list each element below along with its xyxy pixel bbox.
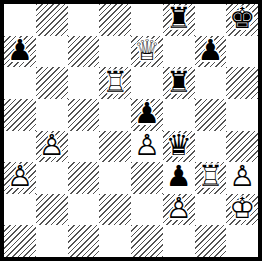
white-rook-icon: ♖ (195, 162, 227, 194)
square-h5[interactable] (226, 99, 258, 131)
square-b7[interactable] (36, 36, 68, 68)
square-c8[interactable] (68, 4, 100, 36)
piece-black-rook: ♜♜ (163, 67, 195, 99)
black-rook-icon: ♜ (163, 4, 195, 36)
square-c4[interactable] (68, 131, 100, 163)
square-b8[interactable] (36, 4, 68, 36)
square-d4[interactable] (99, 131, 131, 163)
square-d7[interactable] (99, 36, 131, 68)
piece-black-pawn: ♟♟ (4, 36, 36, 68)
square-d6[interactable]: ♜♖ (99, 67, 131, 99)
square-f8[interactable]: ♜♜ (163, 4, 195, 36)
piece-white-pawn: ♟♙ (4, 162, 36, 194)
piece-white-pawn: ♟♙ (131, 131, 163, 163)
square-f4[interactable]: ♛♛ (163, 131, 195, 163)
white-pawn-icon: ♙ (226, 162, 258, 194)
white-queen-icon: ♕ (131, 36, 163, 68)
square-b6[interactable] (36, 67, 68, 99)
square-e6[interactable] (131, 67, 163, 99)
square-g4[interactable] (195, 131, 227, 163)
square-b2[interactable] (36, 194, 68, 226)
chess-board: ♜♜♚♚♟♟♛♕♟♟♜♖♜♜♟♟♟♙♟♙♛♛♟♙♟♟♜♖♟♙♟♙♚♔ (4, 4, 258, 257)
square-a4[interactable] (4, 131, 36, 163)
black-rook-icon: ♜ (163, 67, 195, 99)
square-a8[interactable] (4, 4, 36, 36)
square-a7[interactable]: ♟♟ (4, 36, 36, 68)
square-e4[interactable]: ♟♙ (131, 131, 163, 163)
square-g8[interactable] (195, 4, 227, 36)
square-b1[interactable] (36, 225, 68, 257)
square-f3[interactable]: ♟♟ (163, 162, 195, 194)
square-c7[interactable] (68, 36, 100, 68)
square-a2[interactable] (4, 194, 36, 226)
piece-white-pawn: ♟♙ (36, 131, 68, 163)
square-e7[interactable]: ♛♕ (131, 36, 163, 68)
square-h4[interactable] (226, 131, 258, 163)
square-d2[interactable] (99, 194, 131, 226)
square-h2[interactable]: ♚♔ (226, 194, 258, 226)
square-g5[interactable] (195, 99, 227, 131)
white-pawn-icon: ♙ (4, 162, 36, 194)
square-d8[interactable] (99, 4, 131, 36)
square-f2[interactable]: ♟♙ (163, 194, 195, 226)
piece-white-queen: ♛♕ (131, 36, 163, 68)
square-b4[interactable]: ♟♙ (36, 131, 68, 163)
black-pawn-icon: ♟ (4, 36, 36, 68)
white-king-icon: ♔ (226, 194, 258, 226)
square-g6[interactable] (195, 67, 227, 99)
piece-white-king: ♚♔ (226, 194, 258, 226)
square-e2[interactable] (131, 194, 163, 226)
square-f5[interactable] (163, 99, 195, 131)
square-d1[interactable] (99, 225, 131, 257)
black-pawn-icon: ♟ (131, 99, 163, 131)
square-e3[interactable] (131, 162, 163, 194)
black-pawn-icon: ♟ (195, 36, 227, 68)
black-queen-icon: ♛ (163, 131, 195, 163)
square-g2[interactable] (195, 194, 227, 226)
square-h1[interactable] (226, 225, 258, 257)
square-a3[interactable]: ♟♙ (4, 162, 36, 194)
square-h7[interactable] (226, 36, 258, 68)
white-pawn-icon: ♙ (36, 131, 68, 163)
piece-black-pawn: ♟♟ (163, 162, 195, 194)
white-pawn-icon: ♙ (131, 131, 163, 163)
square-a5[interactable] (4, 99, 36, 131)
square-g3[interactable]: ♜♖ (195, 162, 227, 194)
piece-white-pawn: ♟♙ (226, 162, 258, 194)
black-king-icon: ♚ (226, 4, 258, 36)
piece-black-pawn: ♟♟ (195, 36, 227, 68)
square-e5[interactable]: ♟♟ (131, 99, 163, 131)
piece-white-pawn: ♟♙ (163, 194, 195, 226)
square-g1[interactable] (195, 225, 227, 257)
square-f1[interactable] (163, 225, 195, 257)
piece-white-rook: ♜♖ (99, 67, 131, 99)
square-b3[interactable] (36, 162, 68, 194)
piece-black-pawn: ♟♟ (131, 99, 163, 131)
square-b5[interactable] (36, 99, 68, 131)
white-rook-icon: ♖ (99, 67, 131, 99)
piece-black-king: ♚♚ (226, 4, 258, 36)
square-c5[interactable] (68, 99, 100, 131)
square-d3[interactable] (99, 162, 131, 194)
square-c3[interactable] (68, 162, 100, 194)
white-pawn-icon: ♙ (163, 194, 195, 226)
square-f6[interactable]: ♜♜ (163, 67, 195, 99)
square-h3[interactable]: ♟♙ (226, 162, 258, 194)
square-e1[interactable] (131, 225, 163, 257)
square-c1[interactable] (68, 225, 100, 257)
square-e8[interactable] (131, 4, 163, 36)
black-pawn-icon: ♟ (163, 162, 195, 194)
square-h8[interactable]: ♚♚ (226, 4, 258, 36)
piece-black-queen: ♛♛ (163, 131, 195, 163)
board-frame: ♜♜♚♚♟♟♛♕♟♟♜♖♜♜♟♟♟♙♟♙♛♛♟♙♟♟♜♖♟♙♟♙♚♔ (0, 0, 262, 261)
square-h6[interactable] (226, 67, 258, 99)
square-a1[interactable] (4, 225, 36, 257)
square-a6[interactable] (4, 67, 36, 99)
piece-white-rook: ♜♖ (195, 162, 227, 194)
square-g7[interactable]: ♟♟ (195, 36, 227, 68)
square-d5[interactable] (99, 99, 131, 131)
square-c6[interactable] (68, 67, 100, 99)
square-f7[interactable] (163, 36, 195, 68)
piece-black-rook: ♜♜ (163, 4, 195, 36)
square-c2[interactable] (68, 194, 100, 226)
